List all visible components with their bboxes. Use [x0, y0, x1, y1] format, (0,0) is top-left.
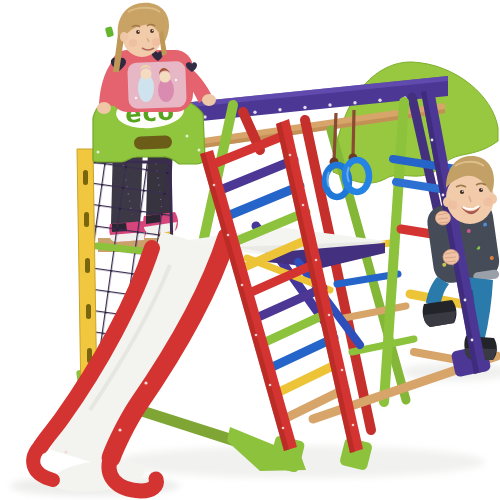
eco-board-handle: [134, 135, 172, 149]
girl-left-hand: [202, 94, 216, 106]
girl-print-panel: [127, 61, 187, 109]
play-complex-illustration: eco: [0, 0, 500, 500]
girl: [97, 3, 216, 114]
product-photo-stage: eco: [0, 0, 500, 500]
girl-hair-clip: [105, 26, 114, 37]
boy-right-hand: [443, 250, 459, 265]
girl-right-hand: [97, 102, 111, 114]
